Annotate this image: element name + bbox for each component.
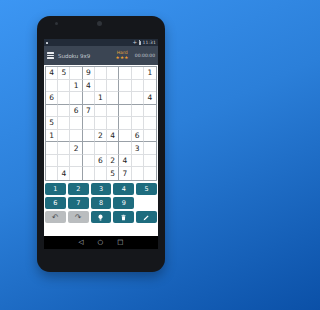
status-bar: + 11:31 — [44, 39, 158, 46]
sudoku-cell-r2c8[interactable] — [132, 80, 144, 93]
sudoku-cell-r1c8[interactable] — [132, 67, 144, 80]
sudoku-cell-r7c7[interactable] — [119, 142, 131, 155]
pencil-button[interactable] — [136, 211, 157, 223]
sudoku-cell-r4c4[interactable]: 7 — [83, 105, 95, 118]
sudoku-cell-r5c5[interactable] — [95, 117, 107, 130]
sudoku-cell-r1c9[interactable]: 1 — [144, 67, 156, 80]
lightbulb-icon — [97, 214, 104, 221]
sudoku-cell-r9c5[interactable] — [95, 167, 107, 180]
app-content: 459114614675124623624457 123456789↶↷ — [44, 65, 158, 236]
digit-1-button[interactable]: 1 — [45, 183, 66, 195]
sudoku-cell-r5c8[interactable] — [132, 117, 144, 130]
sudoku-cell-r9c1[interactable] — [46, 167, 58, 180]
sudoku-cell-r4c3[interactable]: 6 — [70, 105, 82, 118]
digit-8-button[interactable]: 8 — [91, 197, 112, 209]
digit-2-button[interactable]: 2 — [68, 183, 89, 195]
sudoku-cell-r6c9[interactable] — [144, 130, 156, 143]
sudoku-cell-r4c9[interactable] — [144, 105, 156, 118]
digit-6-button[interactable]: 6 — [45, 197, 66, 209]
sudoku-cell-r4c8[interactable] — [132, 105, 144, 118]
sudoku-cell-r5c2[interactable] — [58, 117, 70, 130]
sudoku-cell-r6c1[interactable]: 1 — [46, 130, 58, 143]
home-button[interactable]: ○ — [98, 239, 104, 246]
sudoku-cell-r9c6[interactable]: 5 — [107, 167, 119, 180]
sudoku-cell-r7c9[interactable] — [144, 142, 156, 155]
back-button[interactable]: ◁ — [79, 239, 84, 246]
sudoku-cell-r3c6[interactable] — [107, 92, 119, 105]
sudoku-cell-r5c7[interactable] — [119, 117, 131, 130]
sudoku-cell-r4c5[interactable] — [95, 105, 107, 118]
trash-icon — [120, 214, 127, 221]
digit-9-button[interactable]: 9 — [113, 197, 134, 209]
erase-button[interactable] — [113, 211, 134, 223]
sudoku-cell-r9c3[interactable] — [70, 167, 82, 180]
phone-screen: + 11:31 Sudoku 9x9 Hard ★★★ 00:00:00 459… — [44, 39, 158, 249]
recents-button[interactable]: □ — [117, 239, 123, 246]
status-clock: 11:31 — [143, 40, 156, 45]
sudoku-cell-r6c5[interactable]: 2 — [95, 130, 107, 143]
sudoku-cell-r3c4[interactable] — [83, 92, 95, 105]
digit-5-button[interactable]: 5 — [136, 183, 157, 195]
sudoku-cell-r3c9[interactable]: 4 — [144, 92, 156, 105]
sudoku-cell-r2c6[interactable] — [107, 80, 119, 93]
sudoku-cell-r2c4[interactable]: 4 — [83, 80, 95, 93]
sudoku-cell-r1c3[interactable] — [70, 67, 82, 80]
sudoku-cell-r7c3[interactable]: 2 — [70, 142, 82, 155]
redo-button[interactable]: ↷ — [68, 211, 89, 223]
pencil-icon — [143, 214, 150, 221]
sudoku-cell-r5c1[interactable]: 5 — [46, 117, 58, 130]
digit-7-button[interactable]: 7 — [68, 197, 89, 209]
sudoku-cell-r6c7[interactable] — [119, 130, 131, 143]
sudoku-cell-r6c8[interactable]: 6 — [132, 130, 144, 143]
sudoku-cell-r9c7[interactable]: 7 — [119, 167, 131, 180]
sudoku-cell-r8c1[interactable] — [46, 155, 58, 168]
sudoku-cell-r7c5[interactable] — [95, 142, 107, 155]
sudoku-cell-r2c5[interactable] — [95, 80, 107, 93]
numpad-empty-slot — [136, 197, 157, 209]
app-toolbar: Sudoku 9x9 Hard ★★★ 00:00:00 — [44, 46, 158, 65]
sudoku-cell-r8c2[interactable] — [58, 155, 70, 168]
sudoku-cell-r8c6[interactable]: 2 — [107, 155, 119, 168]
sudoku-cell-r7c4[interactable] — [83, 142, 95, 155]
network-plus-icon: + — [132, 40, 137, 46]
sudoku-cell-r5c9[interactable] — [144, 117, 156, 130]
sudoku-cell-r5c3[interactable] — [70, 117, 82, 130]
sudoku-cell-r2c9[interactable] — [144, 80, 156, 93]
sudoku-cell-r4c2[interactable] — [58, 105, 70, 118]
sudoku-cell-r2c2[interactable] — [58, 80, 70, 93]
sudoku-cell-r6c2[interactable] — [58, 130, 70, 143]
sudoku-cell-r9c8[interactable] — [132, 167, 144, 180]
digit-4-button[interactable]: 4 — [113, 183, 134, 195]
sudoku-cell-r1c7[interactable] — [119, 67, 131, 80]
sudoku-cell-r4c7[interactable] — [119, 105, 131, 118]
sudoku-cell-r3c2[interactable] — [58, 92, 70, 105]
sudoku-cell-r8c4[interactable] — [83, 155, 95, 168]
sudoku-cell-r3c3[interactable] — [70, 92, 82, 105]
difficulty-stars: ★★★ — [115, 56, 128, 61]
sudoku-cell-r8c7[interactable]: 4 — [119, 155, 131, 168]
sudoku-cell-r5c4[interactable] — [83, 117, 95, 130]
sudoku-cell-r3c8[interactable] — [132, 92, 144, 105]
undo-button[interactable]: ↶ — [45, 211, 66, 223]
sudoku-cell-r6c4[interactable] — [83, 130, 95, 143]
phone-frame: + 11:31 Sudoku 9x9 Hard ★★★ 00:00:00 459… — [37, 16, 165, 272]
menu-icon[interactable] — [47, 52, 54, 58]
sudoku-cell-r7c2[interactable] — [58, 142, 70, 155]
game-timer: 00:00:00 — [135, 53, 155, 58]
sudoku-cell-r5c6[interactable] — [107, 117, 119, 130]
sudoku-cell-r1c1[interactable]: 4 — [46, 67, 58, 80]
sudoku-cell-r8c8[interactable] — [132, 155, 144, 168]
sudoku-cell-r8c3[interactable] — [70, 155, 82, 168]
sudoku-cell-r1c2[interactable]: 5 — [58, 67, 70, 80]
sudoku-cell-r9c9[interactable] — [144, 167, 156, 180]
battery-icon — [139, 41, 142, 45]
front-camera — [55, 22, 58, 25]
sudoku-cell-r3c5[interactable]: 1 — [95, 92, 107, 105]
sudoku-cell-r2c1[interactable] — [46, 80, 58, 93]
notification-icon — [46, 42, 48, 44]
sudoku-cell-r1c6[interactable] — [107, 67, 119, 80]
difficulty-indicator: Hard ★★★ — [115, 51, 128, 61]
earpiece-speaker — [97, 21, 102, 26]
sudoku-cell-r9c4[interactable] — [83, 167, 95, 180]
sudoku-cell-r4c6[interactable] — [107, 105, 119, 118]
sudoku-cell-r9c2[interactable]: 4 — [58, 167, 70, 180]
sudoku-cell-r6c3[interactable] — [70, 130, 82, 143]
sudoku-cell-r7c6[interactable] — [107, 142, 119, 155]
sudoku-cell-r1c5[interactable] — [95, 67, 107, 80]
sudoku-cell-r4c1[interactable] — [46, 105, 58, 118]
sudoku-cell-r7c1[interactable] — [46, 142, 58, 155]
sudoku-grid: 459114614675124623624457 — [45, 66, 157, 181]
sudoku-cell-r8c9[interactable] — [144, 155, 156, 168]
sudoku-cell-r6c6[interactable]: 4 — [107, 130, 119, 143]
sudoku-cell-r3c7[interactable] — [119, 92, 131, 105]
sudoku-cell-r3c1[interactable]: 6 — [46, 92, 58, 105]
android-nav-bar: ◁ ○ □ — [44, 236, 158, 249]
sudoku-cell-r1c4[interactable]: 9 — [83, 67, 95, 80]
sudoku-cell-r8c5[interactable]: 6 — [95, 155, 107, 168]
app-title: Sudoku 9x9 — [58, 53, 90, 59]
sudoku-cell-r2c3[interactable]: 1 — [70, 80, 82, 93]
hint-button[interactable] — [91, 211, 112, 223]
sudoku-cell-r7c8[interactable]: 3 — [132, 142, 144, 155]
number-pad: 123456789↶↷ — [45, 183, 157, 223]
sudoku-cell-r2c7[interactable] — [119, 80, 131, 93]
digit-3-button[interactable]: 3 — [91, 183, 112, 195]
